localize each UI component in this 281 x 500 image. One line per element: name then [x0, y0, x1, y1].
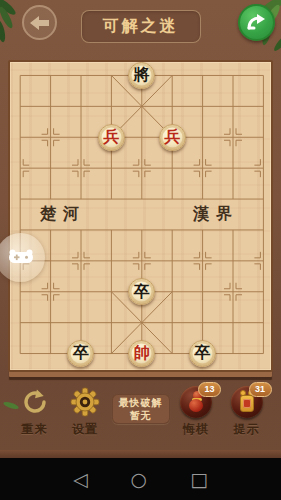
- hint-count-badge: 31: [249, 382, 272, 397]
- share-button[interactable]: [238, 4, 275, 41]
- nav-recents-icon[interactable]: □: [190, 470, 208, 489]
- bottom-toolbar: 重来 设置 最快破解 暂无 13 悔棋: [0, 386, 281, 440]
- best-solve-panel: 最快破解 暂无: [112, 394, 170, 424]
- piece-兵[interactable]: 兵: [98, 124, 125, 151]
- settings-label: 设置: [72, 421, 98, 438]
- restart-label: 重来: [22, 421, 48, 438]
- settings-button[interactable]: 设置: [61, 386, 109, 438]
- decor-leaf-icon: [2, 401, 19, 411]
- nav-home-icon[interactable]: ○: [131, 470, 148, 489]
- piece-將[interactable]: 將: [128, 62, 155, 89]
- nav-back-icon[interactable]: ◁: [73, 470, 88, 489]
- gourd-icon: 13: [180, 386, 212, 418]
- bottom-shadow-strip: [0, 450, 281, 458]
- piece-卒[interactable]: 卒: [67, 340, 94, 367]
- undo-button[interactable]: 13 悔棋: [172, 386, 220, 438]
- restart-icon: [19, 386, 51, 418]
- share-arrow-icon: [246, 13, 268, 33]
- xiangqi-board: 楚河 漢界 將兵兵卒卒帥卒: [8, 60, 273, 372]
- piece-卒[interactable]: 卒: [128, 278, 155, 305]
- app-screen: 可解之迷 楚河 漢界 將兵兵卒卒帥卒: [0, 0, 281, 500]
- back-arrow-icon: [29, 15, 50, 31]
- piece-layer: 將兵兵卒卒帥卒: [5, 60, 279, 369]
- gamepad-icon: [8, 249, 34, 266]
- undo-count-badge: 13: [198, 382, 221, 397]
- gear-icon: [69, 386, 101, 418]
- android-nav-bar: ◁ ○ □: [0, 458, 281, 500]
- best-solve-title: 最快破解: [119, 396, 163, 409]
- back-button[interactable]: [22, 5, 57, 40]
- restart-button[interactable]: 重来: [11, 386, 59, 438]
- best-solve-value: 暂无: [130, 409, 152, 422]
- piece-兵[interactable]: 兵: [159, 124, 186, 151]
- undo-label: 悔棋: [183, 421, 209, 438]
- hint-label: 提示: [234, 421, 260, 438]
- piece-卒[interactable]: 卒: [189, 340, 216, 367]
- hint-button[interactable]: 31 提示: [223, 386, 271, 438]
- piece-帥[interactable]: 帥: [128, 340, 155, 367]
- amulet-icon: 31: [231, 386, 263, 418]
- page-title: 可解之迷: [81, 10, 201, 43]
